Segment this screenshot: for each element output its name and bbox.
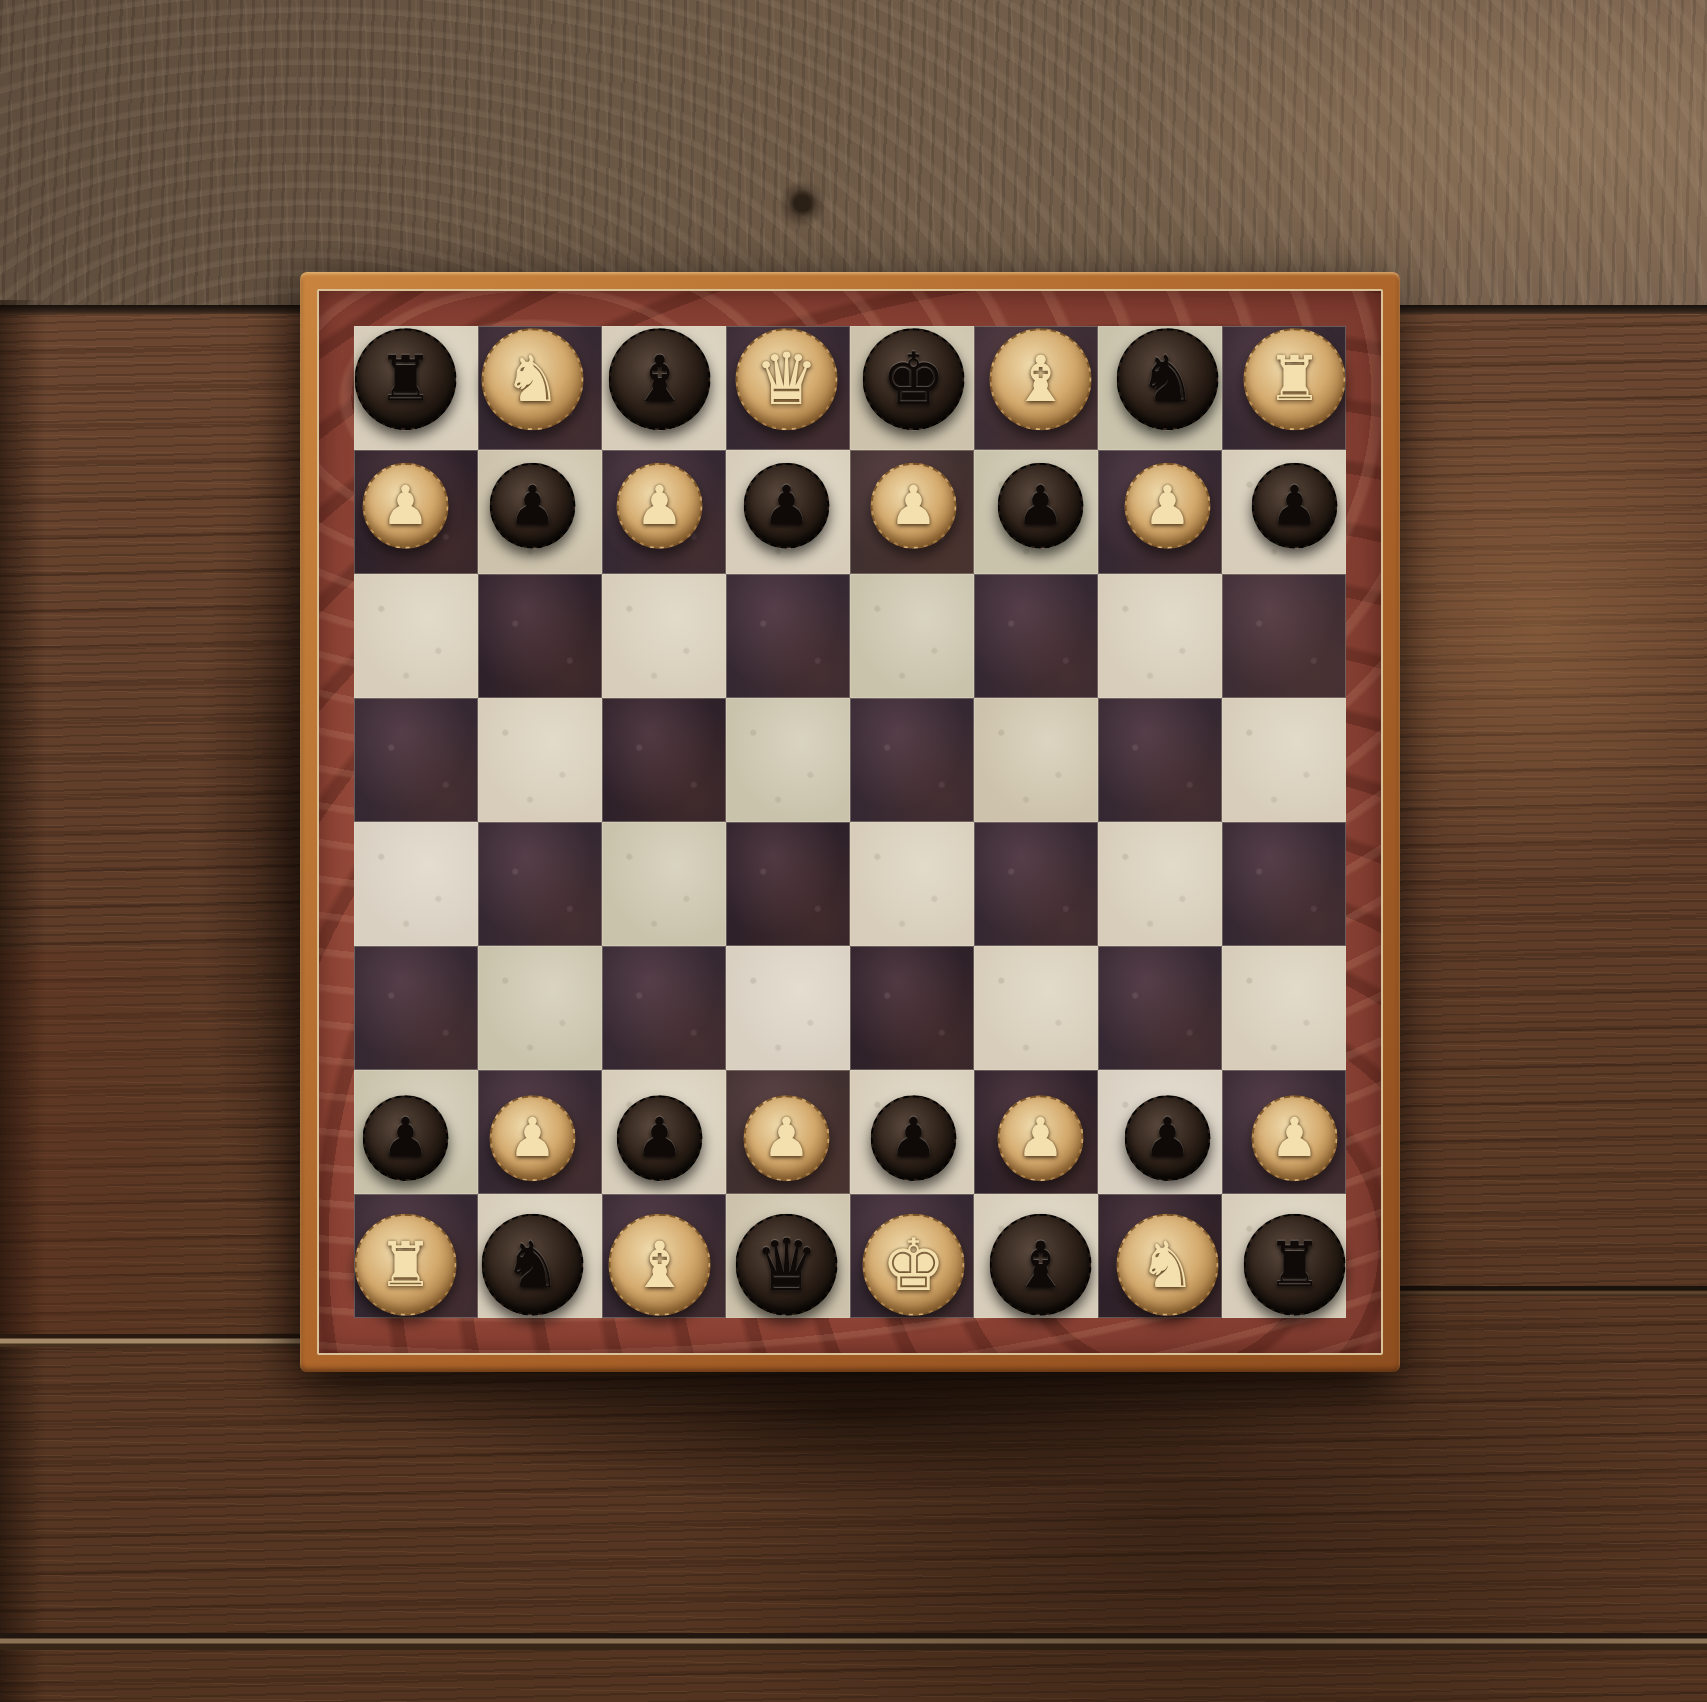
square-e8[interactable]: ♚ bbox=[850, 326, 974, 450]
white-king-e1[interactable]: ♚ bbox=[852, 1203, 976, 1327]
black-bishop-f1[interactable]: ♝ bbox=[979, 1203, 1103, 1327]
tabletop-scene: ♜♞♝♛♚♝♞♜♟♟♟♟♟♟♟♟♟♟♟♟♟♟♟♟♜♞♝♛♚♝♞♜ bbox=[0, 0, 1707, 1702]
square-c5[interactable] bbox=[602, 698, 726, 822]
white-pawn-f2[interactable]: ♟ bbox=[979, 1076, 1103, 1200]
piece-glyph: ♟ bbox=[508, 479, 556, 533]
square-f5[interactable] bbox=[974, 698, 1098, 822]
piece-glyph: ♟ bbox=[1270, 1111, 1318, 1165]
piece-glyph: ♜ bbox=[1267, 1234, 1323, 1296]
square-h6[interactable] bbox=[1222, 574, 1346, 698]
square-g2[interactable]: ♟ bbox=[1098, 1070, 1222, 1194]
piece-glyph: ♝ bbox=[1012, 347, 1069, 411]
square-c4[interactable] bbox=[602, 822, 726, 946]
piece-glyph: ♞ bbox=[1139, 1233, 1196, 1297]
black-knight-g8[interactable]: ♞ bbox=[1106, 317, 1230, 441]
black-pawn-d7[interactable]: ♟ bbox=[725, 444, 849, 568]
square-a6[interactable] bbox=[354, 574, 478, 698]
square-a4[interactable] bbox=[354, 822, 478, 946]
square-e7[interactable]: ♟ bbox=[850, 450, 974, 574]
black-pawn-e2[interactable]: ♟ bbox=[852, 1076, 976, 1200]
square-f1[interactable]: ♝ bbox=[974, 1194, 1098, 1318]
square-a8[interactable]: ♜ bbox=[354, 326, 478, 450]
square-h2[interactable]: ♟ bbox=[1222, 1070, 1346, 1194]
square-g7[interactable]: ♟ bbox=[1098, 450, 1222, 574]
white-rook-h8[interactable]: ♜ bbox=[1233, 317, 1357, 441]
square-f8[interactable]: ♝ bbox=[974, 326, 1098, 450]
piece-glyph: ♝ bbox=[1012, 1233, 1069, 1297]
square-b5[interactable] bbox=[478, 698, 602, 822]
white-rook-a1[interactable]: ♜ bbox=[344, 1203, 468, 1327]
square-b4[interactable] bbox=[478, 822, 602, 946]
square-g5[interactable] bbox=[1098, 698, 1222, 822]
piece-glyph: ♞ bbox=[504, 347, 561, 411]
square-g3[interactable] bbox=[1098, 946, 1222, 1070]
piece-glyph: ♟ bbox=[381, 1111, 429, 1165]
black-king-e8[interactable]: ♚ bbox=[852, 317, 976, 441]
marble-border: ♜♞♝♛♚♝♞♜♟♟♟♟♟♟♟♟♟♟♟♟♟♟♟♟♜♞♝♛♚♝♞♜ bbox=[317, 289, 1383, 1355]
square-a7[interactable]: ♟ bbox=[354, 450, 478, 574]
square-e1[interactable]: ♚ bbox=[850, 1194, 974, 1318]
square-b7[interactable]: ♟ bbox=[478, 450, 602, 574]
square-e2[interactable]: ♟ bbox=[850, 1070, 974, 1194]
piece-glyph: ♟ bbox=[762, 1111, 810, 1165]
wood-tone-patch bbox=[0, 950, 320, 1340]
square-d5[interactable] bbox=[726, 698, 850, 822]
square-c3[interactable] bbox=[602, 946, 726, 1070]
piece-glyph: ♟ bbox=[1270, 479, 1318, 533]
piece-glyph: ♟ bbox=[1016, 479, 1064, 533]
white-pawn-a7[interactable]: ♟ bbox=[344, 444, 468, 568]
square-d4[interactable] bbox=[726, 822, 850, 946]
piece-glyph: ♜ bbox=[1267, 348, 1323, 410]
square-h3[interactable] bbox=[1222, 946, 1346, 1070]
black-pawn-g2[interactable]: ♟ bbox=[1106, 1076, 1230, 1200]
square-h7[interactable]: ♟ bbox=[1222, 450, 1346, 574]
black-rook-a8[interactable]: ♜ bbox=[344, 317, 468, 441]
square-c8[interactable]: ♝ bbox=[602, 326, 726, 450]
piece-glyph: ♟ bbox=[635, 1111, 683, 1165]
piece-glyph: ♟ bbox=[1143, 1111, 1191, 1165]
piece-glyph: ♟ bbox=[1143, 479, 1191, 533]
white-pawn-g7[interactable]: ♟ bbox=[1106, 444, 1230, 568]
table-edge-shade bbox=[0, 300, 46, 1702]
square-h4[interactable] bbox=[1222, 822, 1346, 946]
piece-glyph: ♟ bbox=[762, 479, 810, 533]
square-f4[interactable] bbox=[974, 822, 1098, 946]
square-d2[interactable]: ♟ bbox=[726, 1070, 850, 1194]
square-h5[interactable] bbox=[1222, 698, 1346, 822]
square-g1[interactable]: ♞ bbox=[1098, 1194, 1222, 1318]
piece-glyph: ♝ bbox=[631, 347, 688, 411]
square-d7[interactable]: ♟ bbox=[726, 450, 850, 574]
chess-board: ♜♞♝♛♚♝♞♜♟♟♟♟♟♟♟♟♟♟♟♟♟♟♟♟♜♞♝♛♚♝♞♜ bbox=[300, 272, 1400, 1372]
white-knight-g1[interactable]: ♞ bbox=[1106, 1203, 1230, 1327]
square-c1[interactable]: ♝ bbox=[602, 1194, 726, 1318]
black-pawn-c2[interactable]: ♟ bbox=[598, 1076, 722, 1200]
square-g6[interactable] bbox=[1098, 574, 1222, 698]
square-f6[interactable] bbox=[974, 574, 1098, 698]
square-f2[interactable]: ♟ bbox=[974, 1070, 1098, 1194]
white-pawn-c7[interactable]: ♟ bbox=[598, 444, 722, 568]
piece-glyph: ♟ bbox=[381, 479, 429, 533]
piece-glyph: ♞ bbox=[1139, 347, 1196, 411]
square-f7[interactable]: ♟ bbox=[974, 450, 1098, 574]
black-pawn-h7[interactable]: ♟ bbox=[1233, 444, 1357, 568]
square-b3[interactable] bbox=[478, 946, 602, 1070]
piece-glyph: ♛ bbox=[754, 343, 819, 415]
square-d6[interactable] bbox=[726, 574, 850, 698]
square-c2[interactable]: ♟ bbox=[602, 1070, 726, 1194]
black-rook-h1[interactable]: ♜ bbox=[1233, 1203, 1357, 1327]
black-pawn-b7[interactable]: ♟ bbox=[471, 444, 595, 568]
black-pawn-f7[interactable]: ♟ bbox=[979, 444, 1103, 568]
square-e5[interactable] bbox=[850, 698, 974, 822]
white-bishop-c1[interactable]: ♝ bbox=[598, 1203, 722, 1327]
square-b1[interactable]: ♞ bbox=[478, 1194, 602, 1318]
square-h1[interactable]: ♜ bbox=[1222, 1194, 1346, 1318]
square-f3[interactable] bbox=[974, 946, 1098, 1070]
piece-glyph: ♚ bbox=[881, 343, 946, 415]
plank-gap-bottom bbox=[0, 1633, 1707, 1650]
square-a2[interactable]: ♟ bbox=[354, 1070, 478, 1194]
square-a3[interactable] bbox=[354, 946, 478, 1070]
square-c7[interactable]: ♟ bbox=[602, 450, 726, 574]
piece-glyph: ♜ bbox=[378, 1234, 434, 1296]
square-g8[interactable]: ♞ bbox=[1098, 326, 1222, 450]
square-a5[interactable] bbox=[354, 698, 478, 822]
piece-glyph: ♜ bbox=[378, 348, 434, 410]
square-b6[interactable] bbox=[478, 574, 602, 698]
square-g4[interactable] bbox=[1098, 822, 1222, 946]
piece-glyph: ♟ bbox=[635, 479, 683, 533]
square-d1[interactable]: ♛ bbox=[726, 1194, 850, 1318]
piece-glyph: ♝ bbox=[631, 1233, 688, 1297]
white-pawn-d2[interactable]: ♟ bbox=[725, 1076, 849, 1200]
square-c6[interactable] bbox=[602, 574, 726, 698]
piece-glyph: ♟ bbox=[889, 1111, 937, 1165]
piece-glyph: ♛ bbox=[754, 1229, 819, 1301]
square-a1[interactable]: ♜ bbox=[354, 1194, 478, 1318]
black-knight-b1[interactable]: ♞ bbox=[471, 1203, 595, 1327]
square-e3[interactable] bbox=[850, 946, 974, 1070]
black-queen-d1[interactable]: ♛ bbox=[725, 1203, 849, 1327]
square-b8[interactable]: ♞ bbox=[478, 326, 602, 450]
piece-glyph: ♟ bbox=[1016, 1111, 1064, 1165]
square-e4[interactable] bbox=[850, 822, 974, 946]
square-d8[interactable]: ♛ bbox=[726, 326, 850, 450]
white-bishop-f8[interactable]: ♝ bbox=[979, 317, 1103, 441]
light-glare bbox=[1087, 0, 1707, 310]
black-bishop-c8[interactable]: ♝ bbox=[598, 317, 722, 441]
black-pawn-a2[interactable]: ♟ bbox=[344, 1076, 468, 1200]
white-pawn-b2[interactable]: ♟ bbox=[471, 1076, 595, 1200]
piece-glyph: ♟ bbox=[889, 479, 937, 533]
square-b2[interactable]: ♟ bbox=[478, 1070, 602, 1194]
square-h8[interactable]: ♜ bbox=[1222, 326, 1346, 450]
board-grid: ♜♞♝♛♚♝♞♜♟♟♟♟♟♟♟♟♟♟♟♟♟♟♟♟♜♞♝♛♚♝♞♜ bbox=[354, 326, 1346, 1318]
piece-glyph: ♞ bbox=[504, 1233, 561, 1297]
white-pawn-h2[interactable]: ♟ bbox=[1233, 1076, 1357, 1200]
white-knight-b8[interactable]: ♞ bbox=[471, 317, 595, 441]
white-queen-d8[interactable]: ♛ bbox=[725, 317, 849, 441]
square-d3[interactable] bbox=[726, 946, 850, 1070]
piece-glyph: ♟ bbox=[508, 1111, 556, 1165]
white-pawn-e7[interactable]: ♟ bbox=[852, 444, 976, 568]
piece-glyph: ♚ bbox=[881, 1229, 946, 1301]
square-e6[interactable] bbox=[850, 574, 974, 698]
